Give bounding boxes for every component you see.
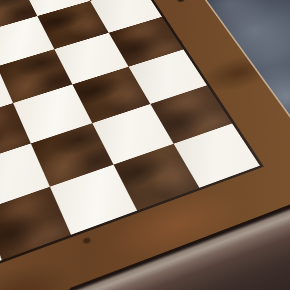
photo-scene — [0, 0, 290, 290]
